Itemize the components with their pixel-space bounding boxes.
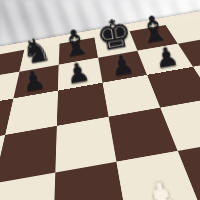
white-pawn: ♟ [138, 172, 185, 200]
square-c7: ♟ [13, 64, 59, 98]
black-pawn: ♟ [64, 58, 92, 88]
chess-set-photo: 12345678 abcdefgh ♞♞♝♚♝♜♟♟♟♟♟♟♟♟♟♞♝♞♜♚♝♟ [0, 0, 200, 200]
black-pawn: ♟ [108, 50, 136, 80]
black-pawn: ♟ [153, 42, 181, 72]
black-pawn: ♟ [0, 73, 2, 103]
black-pawn: ♟ [19, 65, 47, 95]
board-tilt: 12345678 abcdefgh ♞♞♝♚♝♜♟♟♟♟♟♟♟♟♟♞♝♞♜♚♝♟ [0, 4, 200, 200]
black-pawn: ♟ [198, 34, 200, 64]
chess-board: 12345678 abcdefgh ♞♞♝♚♝♜♟♟♟♟♟♟♟♟♟♞♝♞♜♚♝♟ [0, 4, 200, 200]
square-d7: ♟ [58, 57, 103, 90]
board-perspective-wrap: 12345678 abcdefgh ♞♞♝♚♝♜♟♟♟♟♟♟♟♟♟♞♝♞♜♚♝♟ [0, 4, 200, 200]
black-knight: ♞ [0, 39, 14, 76]
square-e6 [103, 75, 161, 116]
square-d5 [55, 116, 117, 173]
